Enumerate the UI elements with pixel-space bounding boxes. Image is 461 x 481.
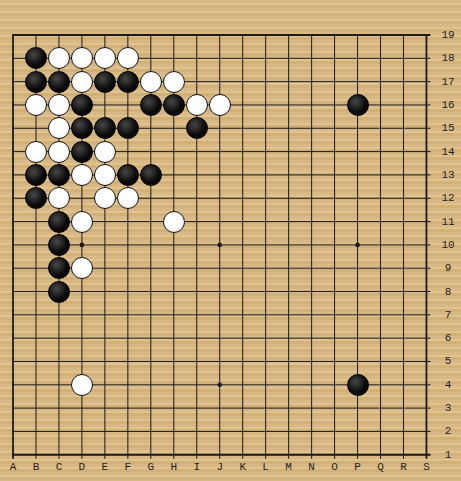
stone-black-h16[interactable] xyxy=(163,94,185,116)
stone-white-b16[interactable] xyxy=(25,94,47,116)
stone-black-c17[interactable] xyxy=(48,71,70,93)
row-label-4: 4 xyxy=(445,379,452,390)
col-label-n: N xyxy=(308,462,315,473)
col-label-a: A xyxy=(10,462,17,473)
row-label-3: 3 xyxy=(445,403,452,414)
star-point-j4 xyxy=(217,383,222,388)
stone-black-d16[interactable] xyxy=(71,94,93,116)
star-point-p10 xyxy=(355,243,360,248)
stone-white-d13[interactable] xyxy=(71,164,93,186)
stone-white-c16[interactable] xyxy=(48,94,70,116)
stone-black-b13[interactable] xyxy=(25,164,47,186)
stone-black-d14[interactable] xyxy=(71,141,93,163)
stone-white-h11[interactable] xyxy=(163,211,185,233)
stone-white-b14[interactable] xyxy=(25,141,47,163)
stone-white-d4[interactable] xyxy=(71,374,93,396)
col-label-j: J xyxy=(216,462,223,473)
row-label-8: 8 xyxy=(445,286,452,297)
stone-white-e14[interactable] xyxy=(94,141,116,163)
stone-black-g13[interactable] xyxy=(140,164,162,186)
stone-black-c10[interactable] xyxy=(48,234,70,256)
stone-black-c13[interactable] xyxy=(48,164,70,186)
row-label-13: 13 xyxy=(441,169,454,180)
stone-white-e13[interactable] xyxy=(94,164,116,186)
stone-black-f17[interactable] xyxy=(117,71,139,93)
stone-white-g17[interactable] xyxy=(140,71,162,93)
row-label-16: 16 xyxy=(441,99,454,110)
col-label-b: B xyxy=(33,462,40,473)
stone-white-j16[interactable] xyxy=(209,94,231,116)
row-label-7: 7 xyxy=(445,309,452,320)
row-label-14: 14 xyxy=(441,146,454,157)
col-label-i: I xyxy=(193,462,200,473)
stone-black-c11[interactable] xyxy=(48,211,70,233)
stone-black-p4[interactable] xyxy=(347,374,369,396)
row-label-15: 15 xyxy=(441,123,454,134)
stone-black-g16[interactable] xyxy=(140,94,162,116)
star-point-j10 xyxy=(217,243,222,248)
star-point-d10 xyxy=(80,243,85,248)
row-label-6: 6 xyxy=(445,333,452,344)
stone-black-i15[interactable] xyxy=(186,117,208,139)
stone-white-c12[interactable] xyxy=(48,187,70,209)
col-label-s: S xyxy=(423,462,430,473)
col-label-m: M xyxy=(285,462,292,473)
stone-white-f18[interactable] xyxy=(117,47,139,69)
col-label-l: L xyxy=(262,462,269,473)
col-label-p: P xyxy=(354,462,361,473)
stone-black-c8[interactable] xyxy=(48,281,70,303)
stone-white-h17[interactable] xyxy=(163,71,185,93)
stone-white-d17[interactable] xyxy=(71,71,93,93)
stone-white-d9[interactable] xyxy=(71,257,93,279)
stone-black-p16[interactable] xyxy=(347,94,369,116)
col-label-r: R xyxy=(400,462,407,473)
row-label-10: 10 xyxy=(441,239,454,250)
row-label-5: 5 xyxy=(445,356,452,367)
stone-black-e15[interactable] xyxy=(94,117,116,139)
row-label-19: 19 xyxy=(441,30,454,41)
row-label-9: 9 xyxy=(445,263,452,274)
stone-white-d11[interactable] xyxy=(71,211,93,233)
row-label-12: 12 xyxy=(441,193,454,204)
stone-black-c9[interactable] xyxy=(48,257,70,279)
stone-black-e17[interactable] xyxy=(94,71,116,93)
row-label-2: 2 xyxy=(445,426,452,437)
row-label-18: 18 xyxy=(441,53,454,64)
col-label-c: C xyxy=(56,462,63,473)
col-label-q: Q xyxy=(377,462,384,473)
stone-black-f15[interactable] xyxy=(117,117,139,139)
stone-white-e12[interactable] xyxy=(94,187,116,209)
stone-white-c14[interactable] xyxy=(48,141,70,163)
stone-black-d15[interactable] xyxy=(71,117,93,139)
go-board[interactable]: ABCDEFGHIJKLMNOPQRS191817161514131211109… xyxy=(0,0,461,481)
col-label-k: K xyxy=(239,462,246,473)
col-label-e: E xyxy=(102,462,109,473)
col-label-f: F xyxy=(125,462,132,473)
row-label-17: 17 xyxy=(441,76,454,87)
stone-white-f12[interactable] xyxy=(117,187,139,209)
stone-black-f13[interactable] xyxy=(117,164,139,186)
col-label-o: O xyxy=(331,462,338,473)
row-label-1: 1 xyxy=(445,449,452,460)
col-label-g: G xyxy=(148,462,155,473)
col-label-h: H xyxy=(170,462,177,473)
stone-white-i16[interactable] xyxy=(186,94,208,116)
col-label-d: D xyxy=(79,462,86,473)
row-label-11: 11 xyxy=(441,216,454,227)
stone-black-b17[interactable] xyxy=(25,71,47,93)
